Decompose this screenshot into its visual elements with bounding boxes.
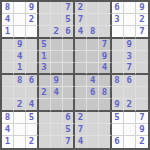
cell-r6-c4[interactable]: 3 — [39, 63, 51, 75]
cell-r7-c9[interactable] — [99, 75, 111, 87]
cell-r11-c2[interactable] — [14, 124, 26, 136]
cell-r10-c12[interactable]: 7 — [136, 112, 148, 124]
cell-r7-c12[interactable] — [136, 75, 148, 87]
cell-r9-c5[interactable] — [51, 99, 63, 111]
cell-r6-c2[interactable]: 1 — [14, 63, 26, 75]
cell-r1-c7[interactable]: 2 — [75, 2, 87, 14]
cell-r6-c7[interactable] — [75, 63, 87, 75]
cell-r10-c1[interactable]: 8 — [2, 112, 14, 124]
cell-r10-c11[interactable] — [124, 112, 136, 124]
cell-r7-c10[interactable]: 8 — [112, 75, 124, 87]
cell-r9-c4[interactable] — [39, 99, 51, 111]
cell-r9-c3[interactable]: 4 — [26, 99, 38, 111]
cell-r9-c9[interactable] — [99, 99, 111, 111]
cell-r8-c10[interactable] — [112, 87, 124, 99]
cell-r7-c2[interactable]: 8 — [14, 75, 26, 87]
cell-r12-c10[interactable]: 6 — [112, 136, 124, 148]
cell-r12-c1[interactable]: 1 — [2, 136, 14, 148]
cell-r2-c1[interactable]: 4 — [2, 14, 14, 26]
cell-r12-c8[interactable] — [87, 136, 99, 148]
cell-r3-c6[interactable]: 6 — [63, 26, 75, 38]
cell-r8-c2[interactable] — [14, 87, 26, 99]
cell-r3-c2[interactable] — [14, 26, 26, 38]
cell-r5-c6[interactable] — [63, 51, 75, 63]
cell-r8-c7[interactable] — [75, 87, 87, 99]
cell-r5-c8[interactable] — [87, 51, 99, 63]
cell-r8-c3[interactable] — [26, 87, 38, 99]
cell-r10-c3[interactable]: 5 — [26, 112, 38, 124]
cell-r11-c6[interactable]: 5 — [63, 124, 75, 136]
cell-r2-c8[interactable] — [87, 14, 99, 26]
cell-r9-c1[interactable] — [2, 99, 14, 111]
cell-r1-c6[interactable]: 7 — [63, 2, 75, 14]
cell-r3-c5[interactable]: 2 — [51, 26, 63, 38]
cell-r12-c3[interactable]: 2 — [26, 136, 38, 148]
cell-r12-c6[interactable]: 7 — [63, 136, 75, 148]
cell-r1-c4[interactable] — [39, 2, 51, 14]
cell-r8-c5[interactable]: 4 — [51, 87, 63, 99]
cell-r4-c2[interactable]: 9 — [14, 39, 26, 51]
cell-r11-c10[interactable] — [112, 124, 124, 136]
cell-r7-c1[interactable] — [2, 75, 14, 87]
cell-r10-c7[interactable]: 2 — [75, 112, 87, 124]
cell-r10-c2[interactable] — [14, 112, 26, 124]
cell-r6-c11[interactable]: 7 — [124, 63, 136, 75]
cell-r12-c5[interactable] — [51, 136, 63, 148]
cell-r11-c1[interactable]: 4 — [2, 124, 14, 136]
cell-r11-c9[interactable] — [99, 124, 111, 136]
cell-r5-c9[interactable]: 9 — [99, 51, 111, 63]
cell-r6-c12[interactable] — [136, 63, 148, 75]
cell-r4-c3[interactable] — [26, 39, 38, 51]
cell-r5-c11[interactable]: 3 — [124, 51, 136, 63]
cell-r4-c12[interactable] — [136, 39, 148, 51]
cell-r3-c1[interactable]: 1 — [2, 26, 14, 38]
cell-r8-c6[interactable] — [63, 87, 75, 99]
cell-r2-c4[interactable] — [39, 14, 51, 26]
cell-r8-c4[interactable]: 2 — [39, 87, 51, 99]
cell-r7-c6[interactable] — [63, 75, 75, 87]
cell-r7-c5[interactable]: 9 — [51, 75, 63, 87]
cell-r6-c6[interactable] — [63, 63, 75, 75]
cell-r11-c4[interactable] — [39, 124, 51, 136]
cell-r12-c2[interactable] — [14, 136, 26, 148]
cell-r5-c1[interactable] — [2, 51, 14, 63]
cell-r5-c7[interactable] — [75, 51, 87, 63]
cell-r2-c6[interactable]: 5 — [63, 14, 75, 26]
cell-r8-c11[interactable] — [124, 87, 136, 99]
cell-r5-c5[interactable] — [51, 51, 63, 63]
cell-r9-c8[interactable] — [87, 99, 99, 111]
cell-r4-c5[interactable] — [51, 39, 63, 51]
cell-r1-c2[interactable] — [14, 2, 26, 14]
cell-r1-c5[interactable] — [51, 2, 63, 14]
cell-r1-c9[interactable] — [99, 2, 111, 14]
cell-r11-c12[interactable]: 9 — [136, 124, 148, 136]
cell-r9-c2[interactable]: 2 — [14, 99, 26, 111]
cell-r11-c8[interactable] — [87, 124, 99, 136]
cell-r12-c7[interactable]: 4 — [75, 136, 87, 148]
cell-r5-c10[interactable] — [112, 51, 124, 63]
cell-r3-c10[interactable] — [112, 26, 124, 38]
cell-r3-c3[interactable] — [26, 26, 38, 38]
cell-r6-c5[interactable] — [51, 63, 63, 75]
cell-r8-c12[interactable] — [136, 87, 148, 99]
cell-r9-c7[interactable] — [75, 99, 87, 111]
cell-r2-c12[interactable]: 2 — [136, 14, 148, 26]
cell-r11-c7[interactable]: 7 — [75, 124, 87, 136]
cell-r12-c4[interactable] — [39, 136, 51, 148]
cell-r1-c8[interactable] — [87, 2, 99, 14]
cell-r4-c8[interactable] — [87, 39, 99, 51]
cell-r2-c10[interactable]: 3 — [112, 14, 124, 26]
cell-r4-c1[interactable] — [2, 39, 14, 51]
cell-r4-c11[interactable]: 9 — [124, 39, 136, 51]
cell-r11-c5[interactable] — [51, 124, 63, 136]
cell-r8-c8[interactable]: 6 — [87, 87, 99, 99]
cell-r12-c11[interactable] — [124, 136, 136, 148]
cell-r10-c6[interactable]: 6 — [63, 112, 75, 124]
cell-r10-c10[interactable]: 5 — [112, 112, 124, 124]
cell-r2-c5[interactable] — [51, 14, 63, 26]
cell-r7-c4[interactable] — [39, 75, 51, 87]
cell-r8-c1[interactable] — [2, 87, 14, 99]
cell-r6-c3[interactable] — [26, 63, 38, 75]
cell-r6-c10[interactable] — [112, 63, 124, 75]
cell-r7-c7[interactable] — [75, 75, 87, 87]
cell-r10-c9[interactable] — [99, 112, 111, 124]
cell-r4-c10[interactable] — [112, 39, 124, 51]
cell-r1-c11[interactable] — [124, 2, 136, 14]
cell-r3-c4[interactable] — [39, 26, 51, 38]
sudoku-board: 8972694257321264879579419313478694862468… — [0, 0, 150, 150]
cell-r12-c12[interactable]: 2 — [136, 136, 148, 148]
cell-r11-c3[interactable] — [26, 124, 38, 136]
cell-r3-c12[interactable]: 7 — [136, 26, 148, 38]
cell-r5-c12[interactable] — [136, 51, 148, 63]
cell-r2-c7[interactable]: 7 — [75, 14, 87, 26]
cell-r10-c5[interactable] — [51, 112, 63, 124]
cell-r4-c6[interactable] — [63, 39, 75, 51]
cell-r9-c11[interactable]: 2 — [124, 99, 136, 111]
cell-r1-c1[interactable]: 8 — [2, 2, 14, 14]
cell-r9-c6[interactable] — [63, 99, 75, 111]
cell-r6-c9[interactable]: 4 — [99, 63, 111, 75]
cell-r5-c4[interactable]: 1 — [39, 51, 51, 63]
cell-r5-c2[interactable]: 4 — [14, 51, 26, 63]
cell-r5-c3[interactable] — [26, 51, 38, 63]
cell-r6-c1[interactable] — [2, 63, 14, 75]
cell-r9-c10[interactable]: 9 — [112, 99, 124, 111]
cell-r10-c4[interactable] — [39, 112, 51, 124]
cell-r2-c3[interactable]: 2 — [26, 14, 38, 26]
cell-r4-c4[interactable]: 5 — [39, 39, 51, 51]
cell-r2-c2[interactable] — [14, 14, 26, 26]
cell-r3-c7[interactable]: 4 — [75, 26, 87, 38]
cell-r3-c8[interactable]: 8 — [87, 26, 99, 38]
cell-r7-c11[interactable]: 6 — [124, 75, 136, 87]
cell-r2-c11[interactable] — [124, 14, 136, 26]
cell-r1-c3[interactable]: 9 — [26, 2, 38, 14]
cell-r9-c12[interactable] — [136, 99, 148, 111]
cell-r11-c11[interactable] — [124, 124, 136, 136]
cell-r3-c9[interactable] — [99, 26, 111, 38]
cell-r1-c12[interactable]: 9 — [136, 2, 148, 14]
cell-r8-c9[interactable]: 8 — [99, 87, 111, 99]
cell-r12-c9[interactable] — [99, 136, 111, 148]
cell-r1-c10[interactable]: 6 — [112, 2, 124, 14]
cell-r4-c7[interactable] — [75, 39, 87, 51]
cell-r6-c8[interactable] — [87, 63, 99, 75]
cell-r7-c8[interactable]: 4 — [87, 75, 99, 87]
cell-r2-c9[interactable] — [99, 14, 111, 26]
cell-r4-c9[interactable]: 7 — [99, 39, 111, 51]
cell-r3-c11[interactable] — [124, 26, 136, 38]
cell-r7-c3[interactable]: 6 — [26, 75, 38, 87]
cell-r10-c8[interactable] — [87, 112, 99, 124]
